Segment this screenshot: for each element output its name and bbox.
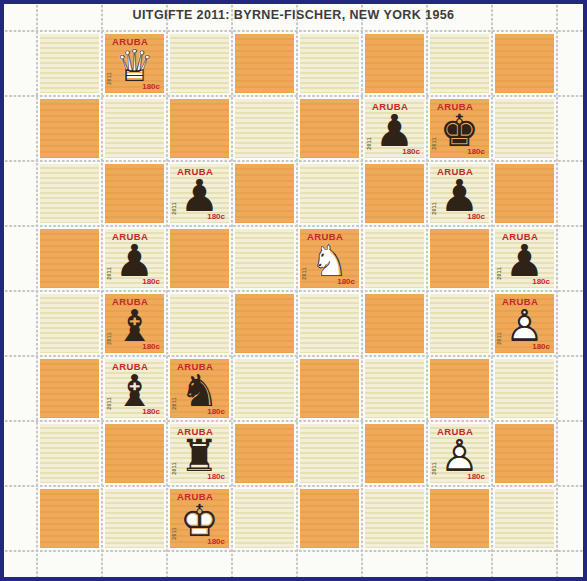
square-d2 <box>232 421 297 486</box>
square-e7 <box>297 96 362 161</box>
stamp-value-label: 180c <box>142 407 160 416</box>
square-f3 <box>362 356 427 421</box>
stamp-year-label: 2011 <box>106 72 112 85</box>
perforation-line-horizontal <box>4 224 583 228</box>
blank-stamp <box>235 489 294 548</box>
stamp-c1: ♚♔ARUBA2011180c <box>170 489 229 548</box>
blank-stamp <box>365 359 424 418</box>
square-g5 <box>427 226 492 291</box>
blank-stamp <box>40 489 99 548</box>
blank-stamp <box>40 34 99 93</box>
square-h8 <box>492 31 557 96</box>
square-b3: ♝ARUBA2011180c <box>102 356 167 421</box>
stamp-country-label: ARUBA <box>112 231 148 242</box>
stamp-country-label: ARUBA <box>437 166 473 177</box>
perforation-line-horizontal <box>4 419 583 423</box>
stamp-value-label: 180c <box>402 147 420 156</box>
stamp-country-label: ARUBA <box>112 296 148 307</box>
blank-stamp <box>300 489 359 548</box>
square-b6 <box>102 161 167 226</box>
square-e1 <box>297 486 362 551</box>
stamp-year-label: 2011 <box>301 267 307 280</box>
square-h5: ♟ARUBA2011180c <box>492 226 557 291</box>
blank-stamp <box>430 34 489 93</box>
stamp-value-label: 180c <box>532 342 550 351</box>
stamp-value-label: 180c <box>142 342 160 351</box>
square-f8 <box>362 31 427 96</box>
perforation-line-horizontal <box>4 29 583 33</box>
blank-stamp <box>105 164 164 223</box>
blank-stamp <box>235 164 294 223</box>
stamp-value-label: 180c <box>467 212 485 221</box>
blank-stamp <box>495 164 554 223</box>
stamp-year-label: 2011 <box>171 462 177 475</box>
stamp-c6: ♟ARUBA2011180c <box>170 164 229 223</box>
blank-stamp <box>300 424 359 483</box>
stamp-year-label: 2011 <box>431 462 437 475</box>
blank-stamp <box>235 359 294 418</box>
stamp-c2: ♜ARUBA2011180c <box>170 424 229 483</box>
stamp-year-label: 2011 <box>496 332 502 345</box>
stamp-country-label: ARUBA <box>112 36 148 47</box>
blank-stamp <box>170 294 229 353</box>
square-g7: ♚ARUBA2011180c <box>427 96 492 161</box>
stamp-value-label: 180c <box>207 472 225 481</box>
stamp-country-label: ARUBA <box>307 231 343 242</box>
square-d5 <box>232 226 297 291</box>
square-g1 <box>427 486 492 551</box>
stamp-year-label: 2011 <box>171 397 177 410</box>
blank-stamp <box>170 229 229 288</box>
blank-stamp <box>495 359 554 418</box>
perforation-line-vertical <box>425 4 429 577</box>
square-g4 <box>427 291 492 356</box>
sheet-margin: UITGIFTE 2011: BYRNE-FISCHER, NEW YORK 1… <box>4 4 583 577</box>
stamp-year-label: 2011 <box>106 267 112 280</box>
square-c3: ♞ARUBA2011180c <box>167 356 232 421</box>
blank-stamp <box>235 99 294 158</box>
blank-stamp <box>235 294 294 353</box>
blank-stamp <box>365 229 424 288</box>
square-a3 <box>37 356 102 421</box>
blank-stamp <box>170 99 229 158</box>
square-a2 <box>37 421 102 486</box>
square-e5: ♞♘ARUBA2011180c <box>297 226 362 291</box>
perforation-line-vertical <box>360 4 364 577</box>
square-f2 <box>362 421 427 486</box>
stamp-c3: ♞ARUBA2011180c <box>170 359 229 418</box>
perforation-line-vertical <box>490 4 494 577</box>
square-a1 <box>37 486 102 551</box>
stamp-e5: ♞♘ARUBA2011180c <box>300 229 359 288</box>
square-c6: ♟ARUBA2011180c <box>167 161 232 226</box>
stamp-b5: ♟ARUBA2011180c <box>105 229 164 288</box>
square-e6 <box>297 161 362 226</box>
square-c5 <box>167 226 232 291</box>
stamp-value-label: 180c <box>207 537 225 546</box>
square-b1 <box>102 486 167 551</box>
stamp-value-label: 180c <box>142 277 160 286</box>
stamp-value-label: 180c <box>207 407 225 416</box>
square-c8 <box>167 31 232 96</box>
square-h1 <box>492 486 557 551</box>
blank-stamp <box>300 164 359 223</box>
perforation-line-horizontal <box>4 289 583 293</box>
blank-stamp <box>430 359 489 418</box>
square-d4 <box>232 291 297 356</box>
square-a7 <box>37 96 102 161</box>
square-d6 <box>232 161 297 226</box>
stamp-year-label: 2011 <box>431 137 437 150</box>
square-f5 <box>362 226 427 291</box>
stamp-value-label: 180c <box>142 82 160 91</box>
blank-stamp <box>40 99 99 158</box>
square-d8 <box>232 31 297 96</box>
stamp-year-label: 2011 <box>106 332 112 345</box>
perforation-line-horizontal <box>4 94 583 98</box>
stamp-g7: ♚ARUBA2011180c <box>430 99 489 158</box>
stamp-b8: ♛♕ARUBA2011180c <box>105 34 164 93</box>
blank-stamp <box>365 489 424 548</box>
square-g3 <box>427 356 492 421</box>
square-b8: ♛♕ARUBA2011180c <box>102 31 167 96</box>
stamp-year-label: 2011 <box>431 202 437 215</box>
blank-stamp <box>430 489 489 548</box>
stamp-value-label: 180c <box>207 212 225 221</box>
square-f1 <box>362 486 427 551</box>
stamp-country-label: ARUBA <box>502 296 538 307</box>
blank-stamp <box>300 34 359 93</box>
square-b7 <box>102 96 167 161</box>
stamp-value-label: 180c <box>532 277 550 286</box>
square-a5 <box>37 226 102 291</box>
square-a4 <box>37 291 102 356</box>
square-g8 <box>427 31 492 96</box>
perforation-line-horizontal <box>4 354 583 358</box>
stamp-value-label: 180c <box>467 147 485 156</box>
blank-stamp <box>495 99 554 158</box>
square-e4 <box>297 291 362 356</box>
stamp-h4: ♟♙ARUBA2011180c <box>495 294 554 353</box>
blank-stamp <box>40 294 99 353</box>
blank-stamp <box>430 229 489 288</box>
square-b5: ♟ARUBA2011180c <box>102 226 167 291</box>
square-g2: ♟♙ARUBA2011180c <box>427 421 492 486</box>
blank-stamp <box>300 359 359 418</box>
square-a6 <box>37 161 102 226</box>
stamp-country-label: ARUBA <box>177 491 213 502</box>
blank-stamp <box>235 229 294 288</box>
stamp-b4: ♝ARUBA2011180c <box>105 294 164 353</box>
perforation-line-vertical <box>555 4 559 577</box>
stamp-f7: ♟ARUBA2011180c <box>365 99 424 158</box>
stamp-b3: ♝ARUBA2011180c <box>105 359 164 418</box>
blank-stamp <box>495 34 554 93</box>
stamp-h5: ♟ARUBA2011180c <box>495 229 554 288</box>
blank-stamp <box>495 489 554 548</box>
stamp-country-label: ARUBA <box>437 426 473 437</box>
blank-stamp <box>365 294 424 353</box>
square-d3 <box>232 356 297 421</box>
blank-stamp <box>40 164 99 223</box>
stamp-country-label: ARUBA <box>112 361 148 372</box>
square-a8 <box>37 31 102 96</box>
blank-stamp <box>105 99 164 158</box>
square-d1 <box>232 486 297 551</box>
blank-stamp <box>105 489 164 548</box>
square-c1: ♚♔ARUBA2011180c <box>167 486 232 551</box>
square-h6 <box>492 161 557 226</box>
perforation-line-horizontal <box>4 484 583 488</box>
square-d7 <box>232 96 297 161</box>
square-h2 <box>492 421 557 486</box>
square-c4 <box>167 291 232 356</box>
blank-stamp <box>365 34 424 93</box>
stamp-country-label: ARUBA <box>372 101 408 112</box>
blank-stamp <box>365 424 424 483</box>
blank-stamp <box>365 164 424 223</box>
blank-stamp <box>40 424 99 483</box>
square-h3 <box>492 356 557 421</box>
perforation-line-horizontal <box>4 549 583 553</box>
square-e3 <box>297 356 362 421</box>
stamp-g6: ♟ARUBA2011180c <box>430 164 489 223</box>
blank-stamp <box>235 34 294 93</box>
blank-stamp <box>235 424 294 483</box>
stamp-country-label: ARUBA <box>502 231 538 242</box>
stamp-value-label: 180c <box>337 277 355 286</box>
blank-stamp <box>430 294 489 353</box>
stamp-value-label: 180c <box>467 472 485 481</box>
stamp-country-label: ARUBA <box>177 166 213 177</box>
stamp-country-label: ARUBA <box>177 426 213 437</box>
square-c2: ♜ARUBA2011180c <box>167 421 232 486</box>
stamp-year-label: 2011 <box>171 202 177 215</box>
square-b2 <box>102 421 167 486</box>
square-c7 <box>167 96 232 161</box>
stamp-country-label: ARUBA <box>177 361 213 372</box>
stamp-country-label: ARUBA <box>437 101 473 112</box>
blank-stamp <box>495 424 554 483</box>
stamp-year-label: 2011 <box>171 527 177 540</box>
stamp-year-label: 2011 <box>496 267 502 280</box>
square-h7 <box>492 96 557 161</box>
square-e2 <box>297 421 362 486</box>
blank-stamp <box>300 99 359 158</box>
perforation-line-horizontal <box>4 159 583 163</box>
square-f7: ♟ARUBA2011180c <box>362 96 427 161</box>
stamp-year-label: 2011 <box>106 397 112 410</box>
blank-stamp <box>40 359 99 418</box>
stamp-sheet: UITGIFTE 2011: BYRNE-FISCHER, NEW YORK 1… <box>0 0 587 581</box>
square-f4 <box>362 291 427 356</box>
square-g6: ♟ARUBA2011180c <box>427 161 492 226</box>
square-f6 <box>362 161 427 226</box>
sheet-title: UITGIFTE 2011: BYRNE-FISCHER, NEW YORK 1… <box>4 8 583 22</box>
blank-stamp <box>170 34 229 93</box>
stamp-year-label: 2011 <box>366 137 372 150</box>
blank-stamp <box>40 229 99 288</box>
blank-stamp <box>105 424 164 483</box>
blank-stamp <box>300 294 359 353</box>
square-b4: ♝ARUBA2011180c <box>102 291 167 356</box>
square-e8 <box>297 31 362 96</box>
stamp-g2: ♟♙ARUBA2011180c <box>430 424 489 483</box>
square-h4: ♟♙ARUBA2011180c <box>492 291 557 356</box>
